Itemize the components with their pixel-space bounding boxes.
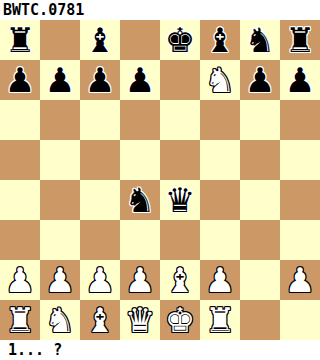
- square-d3[interactable]: [120, 220, 160, 260]
- square-b6[interactable]: [40, 100, 80, 140]
- square-a3[interactable]: [0, 220, 40, 260]
- piece-white-queen[interactable]: ♛: [125, 300, 155, 340]
- square-a7[interactable]: ♟: [0, 60, 40, 100]
- square-e2[interactable]: ♝: [160, 260, 200, 300]
- piece-black-knight[interactable]: ♞: [125, 180, 155, 220]
- square-f5[interactable]: [200, 140, 240, 180]
- square-g6[interactable]: [240, 100, 280, 140]
- square-f4[interactable]: [200, 180, 240, 220]
- square-c1[interactable]: ♝: [80, 300, 120, 340]
- piece-black-queen[interactable]: ♛: [165, 180, 195, 220]
- square-g1[interactable]: [240, 300, 280, 340]
- piece-white-king[interactable]: ♚: [165, 300, 195, 340]
- piece-white-bishop[interactable]: ♝: [165, 260, 195, 300]
- piece-white-pawn[interactable]: ♟: [45, 260, 75, 300]
- piece-white-bishop[interactable]: ♝: [85, 300, 115, 340]
- square-h7[interactable]: ♟: [280, 60, 320, 100]
- square-d7[interactable]: ♟: [120, 60, 160, 100]
- square-g8[interactable]: ♞: [240, 20, 280, 60]
- square-c6[interactable]: [80, 100, 120, 140]
- square-e1[interactable]: ♚: [160, 300, 200, 340]
- chess-board: ♜♝♚♝♞♜♟♟♟♟♞♟♟♞♛♟♟♟♟♝♟♟♜♞♝♛♚♜: [0, 20, 320, 340]
- chess-puzzle-page: BWTC.0781 ♜♝♚♝♞♜♟♟♟♟♞♟♟♞♛♟♟♟♟♝♟♟♜♞♝♛♚♜ 1…: [0, 0, 320, 360]
- piece-black-pawn[interactable]: ♟: [285, 60, 315, 100]
- square-b5[interactable]: [40, 140, 80, 180]
- square-f2[interactable]: ♟: [200, 260, 240, 300]
- piece-white-knight[interactable]: ♞: [205, 60, 235, 100]
- square-a4[interactable]: [0, 180, 40, 220]
- footer: 1... ?: [0, 340, 320, 360]
- piece-black-pawn[interactable]: ♟: [125, 60, 155, 100]
- square-d4[interactable]: ♞: [120, 180, 160, 220]
- square-h1[interactable]: [280, 300, 320, 340]
- piece-black-pawn[interactable]: ♟: [5, 60, 35, 100]
- square-f8[interactable]: ♝: [200, 20, 240, 60]
- square-a1[interactable]: ♜: [0, 300, 40, 340]
- square-d8[interactable]: [120, 20, 160, 60]
- piece-white-rook[interactable]: ♜: [5, 300, 35, 340]
- square-h2[interactable]: ♟: [280, 260, 320, 300]
- piece-black-rook[interactable]: ♜: [285, 20, 315, 60]
- square-e3[interactable]: [160, 220, 200, 260]
- piece-white-pawn[interactable]: ♟: [85, 260, 115, 300]
- square-h3[interactable]: [280, 220, 320, 260]
- square-d5[interactable]: [120, 140, 160, 180]
- square-a2[interactable]: ♟: [0, 260, 40, 300]
- piece-white-pawn[interactable]: ♟: [5, 260, 35, 300]
- square-h4[interactable]: [280, 180, 320, 220]
- square-f6[interactable]: [200, 100, 240, 140]
- square-e5[interactable]: [160, 140, 200, 180]
- piece-black-bishop[interactable]: ♝: [85, 20, 115, 60]
- move-prompt: 1... ?: [0, 341, 62, 359]
- piece-black-bishop[interactable]: ♝: [205, 20, 235, 60]
- square-b3[interactable]: [40, 220, 80, 260]
- square-d1[interactable]: ♛: [120, 300, 160, 340]
- square-c3[interactable]: [80, 220, 120, 260]
- piece-black-pawn[interactable]: ♟: [85, 60, 115, 100]
- square-d6[interactable]: [120, 100, 160, 140]
- piece-black-knight[interactable]: ♞: [245, 20, 275, 60]
- square-g3[interactable]: [240, 220, 280, 260]
- square-e7[interactable]: [160, 60, 200, 100]
- piece-black-king[interactable]: ♚: [165, 20, 195, 60]
- square-f7[interactable]: ♞: [200, 60, 240, 100]
- square-c4[interactable]: [80, 180, 120, 220]
- square-d2[interactable]: ♟: [120, 260, 160, 300]
- square-c2[interactable]: ♟: [80, 260, 120, 300]
- square-b1[interactable]: ♞: [40, 300, 80, 340]
- piece-white-pawn[interactable]: ♟: [285, 260, 315, 300]
- square-c8[interactable]: ♝: [80, 20, 120, 60]
- square-f1[interactable]: ♜: [200, 300, 240, 340]
- puzzle-id: BWTC.0781: [0, 1, 84, 19]
- square-a5[interactable]: [0, 140, 40, 180]
- square-e4[interactable]: ♛: [160, 180, 200, 220]
- square-f3[interactable]: [200, 220, 240, 260]
- piece-white-pawn[interactable]: ♟: [125, 260, 155, 300]
- square-g5[interactable]: [240, 140, 280, 180]
- square-h5[interactable]: [280, 140, 320, 180]
- square-b8[interactable]: [40, 20, 80, 60]
- square-b2[interactable]: ♟: [40, 260, 80, 300]
- square-a8[interactable]: ♜: [0, 20, 40, 60]
- square-g2[interactable]: [240, 260, 280, 300]
- square-b7[interactable]: ♟: [40, 60, 80, 100]
- square-e8[interactable]: ♚: [160, 20, 200, 60]
- square-c5[interactable]: [80, 140, 120, 180]
- square-e6[interactable]: [160, 100, 200, 140]
- piece-black-pawn[interactable]: ♟: [45, 60, 75, 100]
- square-a6[interactable]: [0, 100, 40, 140]
- square-c7[interactable]: ♟: [80, 60, 120, 100]
- header: BWTC.0781: [0, 0, 320, 20]
- square-g4[interactable]: [240, 180, 280, 220]
- piece-white-rook[interactable]: ♜: [205, 300, 235, 340]
- square-h6[interactable]: [280, 100, 320, 140]
- square-g7[interactable]: ♟: [240, 60, 280, 100]
- piece-white-pawn[interactable]: ♟: [205, 260, 235, 300]
- square-b4[interactable]: [40, 180, 80, 220]
- piece-black-pawn[interactable]: ♟: [245, 60, 275, 100]
- piece-white-knight[interactable]: ♞: [45, 300, 75, 340]
- square-h8[interactable]: ♜: [280, 20, 320, 60]
- piece-black-rook[interactable]: ♜: [5, 20, 35, 60]
